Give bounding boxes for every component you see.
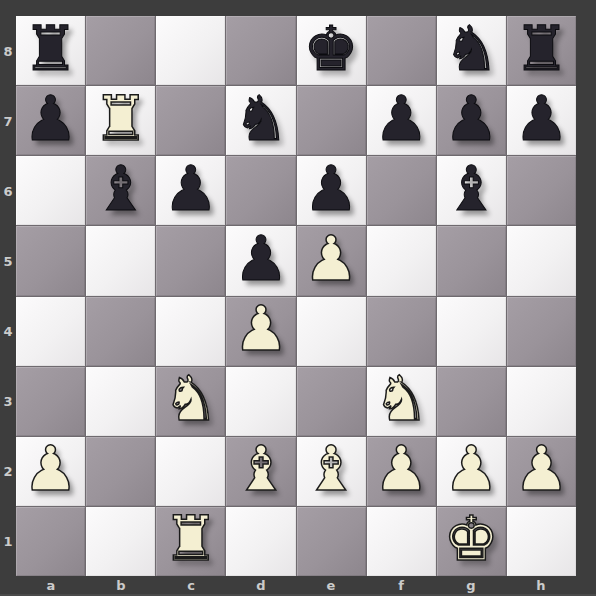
square-d6[interactable] [226,156,295,225]
piece-black-pawn[interactable]: ♟ [163,158,219,220]
chess-board: ♜♚♞♜♟♜♞♟♟♟♝♟♟♝♟♟♟♞♞♟♝♝♟♟♟♜♚ [16,16,576,576]
file-label-b: b [86,576,156,594]
piece-black-rook[interactable]: ♜ [23,18,79,80]
square-d5[interactable]: ♟ [226,226,295,295]
square-a4[interactable] [16,297,85,366]
piece-white-pawn[interactable]: ♟ [23,438,79,500]
square-f3[interactable]: ♞ [367,367,436,436]
file-label-c: c [156,576,226,594]
board-frame: ♜♚♞♜♟♜♞♟♟♟♝♟♟♝♟♟♟♞♞♟♝♝♟♟♟♜♚ 87654321abcd… [0,0,596,596]
piece-white-pawn[interactable]: ♟ [373,438,429,500]
piece-white-pawn[interactable]: ♟ [514,438,570,500]
file-label-a: a [16,576,86,594]
square-h6[interactable] [507,156,576,225]
piece-white-rook[interactable]: ♜ [93,88,149,150]
square-e2[interactable]: ♝ [297,437,366,506]
piece-black-knight[interactable]: ♞ [444,18,500,80]
square-f5[interactable] [367,226,436,295]
rank-label-6: 6 [0,156,16,226]
square-c3[interactable]: ♞ [156,367,225,436]
piece-black-pawn[interactable]: ♟ [373,88,429,150]
square-e4[interactable] [297,297,366,366]
square-e7[interactable] [297,86,366,155]
piece-black-king[interactable]: ♚ [303,18,359,80]
square-f2[interactable]: ♟ [367,437,436,506]
file-label-e: e [296,576,366,594]
square-h4[interactable] [507,297,576,366]
piece-white-knight[interactable]: ♞ [163,368,219,430]
piece-white-pawn[interactable]: ♟ [444,438,500,500]
piece-white-rook[interactable]: ♜ [163,508,219,570]
square-e6[interactable]: ♟ [297,156,366,225]
piece-black-pawn[interactable]: ♟ [233,228,289,290]
file-label-d: d [226,576,296,594]
square-d4[interactable]: ♟ [226,297,295,366]
square-g6[interactable]: ♝ [437,156,506,225]
square-h2[interactable]: ♟ [507,437,576,506]
rank-label-8: 8 [0,16,16,86]
square-b4[interactable] [86,297,155,366]
square-e3[interactable] [297,367,366,436]
square-c7[interactable] [156,86,225,155]
piece-white-bishop[interactable]: ♝ [303,438,359,500]
square-b8[interactable] [86,16,155,85]
square-a7[interactable]: ♟ [16,86,85,155]
square-a6[interactable] [16,156,85,225]
square-g3[interactable] [437,367,506,436]
square-h1[interactable] [507,507,576,576]
piece-black-bishop[interactable]: ♝ [93,158,149,220]
piece-white-knight[interactable]: ♞ [373,368,429,430]
square-b3[interactable] [86,367,155,436]
square-a3[interactable] [16,367,85,436]
square-c6[interactable]: ♟ [156,156,225,225]
file-label-h: h [506,576,576,594]
file-label-g: g [436,576,506,594]
square-c8[interactable] [156,16,225,85]
file-label-f: f [366,576,436,594]
piece-white-pawn[interactable]: ♟ [303,228,359,290]
square-g8[interactable]: ♞ [437,16,506,85]
rank-label-7: 7 [0,86,16,156]
rank-label-4: 4 [0,296,16,366]
square-b6[interactable]: ♝ [86,156,155,225]
rank-label-2: 2 [0,436,16,506]
square-g7[interactable]: ♟ [437,86,506,155]
square-b7[interactable]: ♜ [86,86,155,155]
square-d3[interactable] [226,367,295,436]
square-d1[interactable] [226,507,295,576]
piece-white-bishop[interactable]: ♝ [233,438,289,500]
square-d2[interactable]: ♝ [226,437,295,506]
square-d7[interactable]: ♞ [226,86,295,155]
square-c5[interactable] [156,226,225,295]
rank-label-1: 1 [0,506,16,576]
square-g1[interactable]: ♚ [437,507,506,576]
square-h8[interactable]: ♜ [507,16,576,85]
square-f8[interactable] [367,16,436,85]
piece-black-knight[interactable]: ♞ [233,88,289,150]
piece-black-rook[interactable]: ♜ [514,18,570,80]
square-b5[interactable] [86,226,155,295]
piece-black-pawn[interactable]: ♟ [514,88,570,150]
square-a5[interactable] [16,226,85,295]
piece-black-pawn[interactable]: ♟ [23,88,79,150]
square-g4[interactable] [437,297,506,366]
piece-black-bishop[interactable]: ♝ [444,158,500,220]
square-f4[interactable] [367,297,436,366]
square-f7[interactable]: ♟ [367,86,436,155]
square-c1[interactable]: ♜ [156,507,225,576]
square-h5[interactable] [507,226,576,295]
square-g5[interactable] [437,226,506,295]
square-b2[interactable] [86,437,155,506]
rank-label-3: 3 [0,366,16,436]
square-a2[interactable]: ♟ [16,437,85,506]
square-a8[interactable]: ♜ [16,16,85,85]
piece-black-pawn[interactable]: ♟ [444,88,500,150]
square-g2[interactable]: ♟ [437,437,506,506]
square-b1[interactable] [86,507,155,576]
rank-label-5: 5 [0,226,16,296]
square-h3[interactable] [507,367,576,436]
square-e1[interactable] [297,507,366,576]
piece-white-king[interactable]: ♚ [444,508,500,570]
square-e5[interactable]: ♟ [297,226,366,295]
square-c2[interactable] [156,437,225,506]
square-d8[interactable] [226,16,295,85]
square-f6[interactable] [367,156,436,225]
square-e8[interactable]: ♚ [297,16,366,85]
piece-white-pawn[interactable]: ♟ [233,298,289,360]
square-h7[interactable]: ♟ [507,86,576,155]
square-f1[interactable] [367,507,436,576]
piece-black-pawn[interactable]: ♟ [303,158,359,220]
square-c4[interactable] [156,297,225,366]
square-a1[interactable] [16,507,85,576]
